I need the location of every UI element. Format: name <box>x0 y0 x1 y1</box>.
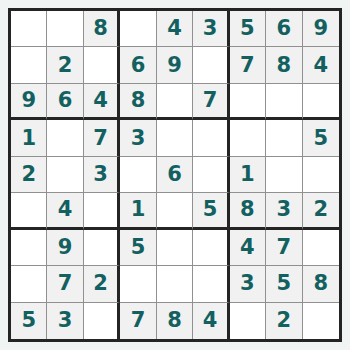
cell-r2c8: 8 <box>266 47 302 83</box>
cell-r3c3: 4 <box>84 84 120 120</box>
cell-r9c8: 2 <box>266 303 302 339</box>
cell-r7c1[interactable] <box>11 230 47 266</box>
cell-r7c3[interactable] <box>84 230 120 266</box>
cell-r8c4[interactable] <box>120 266 156 302</box>
cell-r9c1: 5 <box>11 303 47 339</box>
cell-r3c2: 6 <box>47 84 83 120</box>
cell-r7c9[interactable] <box>303 230 339 266</box>
cell-r1c6: 3 <box>193 11 229 47</box>
cell-r2c6[interactable] <box>193 47 229 83</box>
cell-r8c3: 2 <box>84 266 120 302</box>
cell-r6c9: 2 <box>303 193 339 229</box>
cell-r7c4: 5 <box>120 230 156 266</box>
cell-r3c8[interactable] <box>266 84 302 120</box>
cell-r5c1: 2 <box>11 157 47 193</box>
cell-r1c1[interactable] <box>11 11 47 47</box>
cell-r3c1: 9 <box>11 84 47 120</box>
cell-r5c8[interactable] <box>266 157 302 193</box>
cell-r8c2: 7 <box>47 266 83 302</box>
cell-r5c5: 6 <box>157 157 193 193</box>
cell-r5c7: 1 <box>230 157 266 193</box>
cell-r2c3[interactable] <box>84 47 120 83</box>
cell-r9c2: 3 <box>47 303 83 339</box>
cell-r8c9: 8 <box>303 266 339 302</box>
cell-r1c4[interactable] <box>120 11 156 47</box>
cell-r6c8: 3 <box>266 193 302 229</box>
cell-r7c5[interactable] <box>157 230 193 266</box>
cell-r2c1[interactable] <box>11 47 47 83</box>
sudoku-board: 8435692697849648717352361415832954772358… <box>8 8 342 342</box>
cell-r1c7: 5 <box>230 11 266 47</box>
cell-r9c7[interactable] <box>230 303 266 339</box>
cell-r4c6[interactable] <box>193 120 229 156</box>
cell-r9c6: 4 <box>193 303 229 339</box>
cell-r6c5[interactable] <box>157 193 193 229</box>
cell-r4c4: 3 <box>120 120 156 156</box>
cell-r2c5: 9 <box>157 47 193 83</box>
cell-r2c2: 2 <box>47 47 83 83</box>
cell-r4c9: 5 <box>303 120 339 156</box>
cell-r8c6[interactable] <box>193 266 229 302</box>
cell-r7c2: 9 <box>47 230 83 266</box>
cell-r2c7: 7 <box>230 47 266 83</box>
cell-r3c5[interactable] <box>157 84 193 120</box>
cell-r5c3: 3 <box>84 157 120 193</box>
cell-r3c9[interactable] <box>303 84 339 120</box>
cell-r9c3[interactable] <box>84 303 120 339</box>
cell-r4c5[interactable] <box>157 120 193 156</box>
cell-r4c8[interactable] <box>266 120 302 156</box>
cell-r1c5: 4 <box>157 11 193 47</box>
cell-r6c3[interactable] <box>84 193 120 229</box>
cell-r1c8: 6 <box>266 11 302 47</box>
cell-r4c7[interactable] <box>230 120 266 156</box>
cell-r6c7: 8 <box>230 193 266 229</box>
cell-r1c3: 8 <box>84 11 120 47</box>
cell-r5c9[interactable] <box>303 157 339 193</box>
cell-r9c4: 7 <box>120 303 156 339</box>
cell-r9c5: 8 <box>157 303 193 339</box>
cell-r4c1: 1 <box>11 120 47 156</box>
cell-r7c8: 7 <box>266 230 302 266</box>
cell-r6c1[interactable] <box>11 193 47 229</box>
cell-r3c6: 7 <box>193 84 229 120</box>
cell-r2c9: 4 <box>303 47 339 83</box>
cell-r6c2: 4 <box>47 193 83 229</box>
cell-r2c4: 6 <box>120 47 156 83</box>
cell-r5c6[interactable] <box>193 157 229 193</box>
cell-r5c4[interactable] <box>120 157 156 193</box>
cell-r3c4: 8 <box>120 84 156 120</box>
cell-r8c7: 3 <box>230 266 266 302</box>
cell-r6c6: 5 <box>193 193 229 229</box>
cell-r8c1[interactable] <box>11 266 47 302</box>
cell-r8c5[interactable] <box>157 266 193 302</box>
cell-r9c9[interactable] <box>303 303 339 339</box>
cell-r7c6[interactable] <box>193 230 229 266</box>
cell-r4c3: 7 <box>84 120 120 156</box>
cell-r1c2[interactable] <box>47 11 83 47</box>
cell-r4c2[interactable] <box>47 120 83 156</box>
cell-r6c4: 1 <box>120 193 156 229</box>
cell-r5c2[interactable] <box>47 157 83 193</box>
cell-r7c7: 4 <box>230 230 266 266</box>
cell-r3c7[interactable] <box>230 84 266 120</box>
cell-r8c8: 5 <box>266 266 302 302</box>
cell-r1c9: 9 <box>303 11 339 47</box>
